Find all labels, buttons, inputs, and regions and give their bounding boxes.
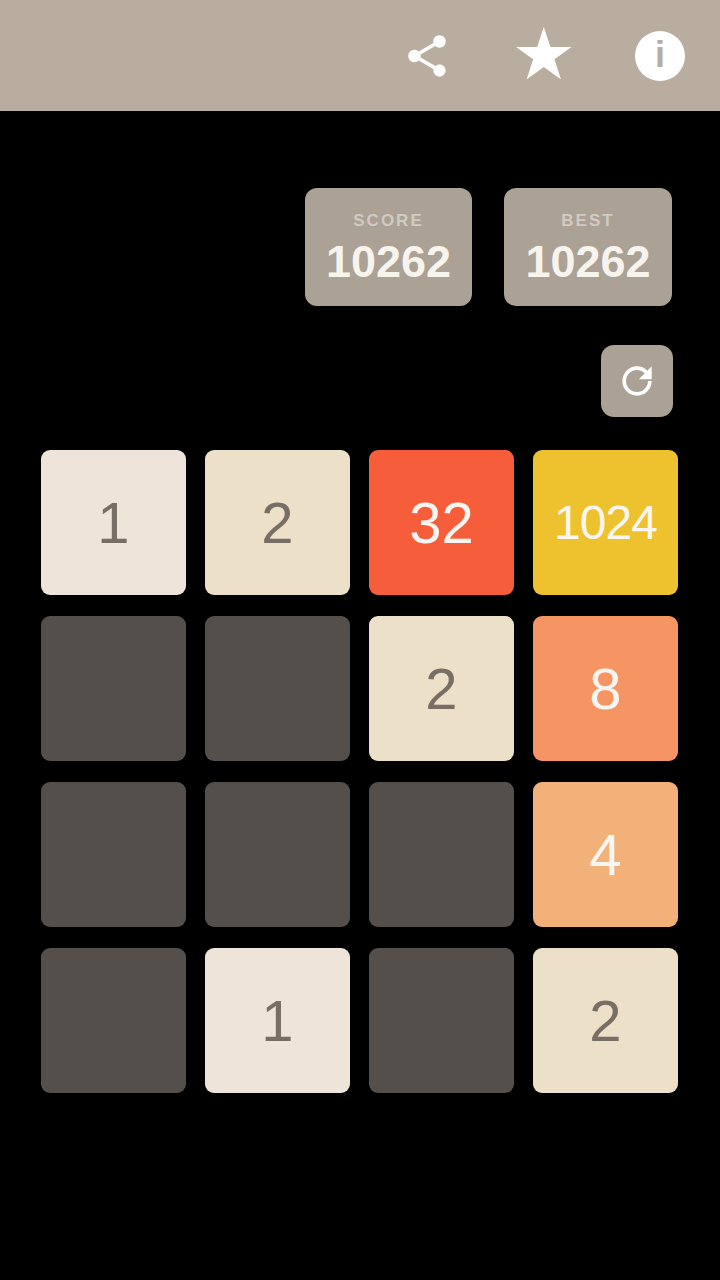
tile-2-r1c2: 2 [205,450,350,595]
restart-icon [615,359,659,403]
star-glyph: ★ [511,27,576,81]
best-box: BEST 10262 [504,188,672,306]
cell-empty-r4c3 [369,948,514,1093]
tile-4-r3c4: 4 [533,782,678,927]
header-icon-group: ★ i [402,29,685,83]
cell-empty-r2c1 [41,616,186,761]
info-glyph: i [655,37,665,73]
tile-2-r2c3: 2 [369,616,514,761]
star-icon[interactable]: ★ [511,29,576,83]
tile-8-r2c4: 8 [533,616,678,761]
best-value: 10262 [525,239,650,284]
tile-2-r4c4: 2 [533,948,678,1093]
info-icon[interactable]: i [635,31,685,81]
tile-1-r4c2: 1 [205,948,350,1093]
score-box: SCORE 10262 [305,188,472,306]
cell-empty-r2c2 [205,616,350,761]
cell-empty-r3c3 [369,782,514,927]
board[interactable]: 1232102428412 [41,450,678,1093]
share-icon[interactable] [402,31,452,81]
share-icon-svg [402,31,452,81]
tile-1-r1c1: 1 [41,450,186,595]
header-bar: ★ i [0,0,720,111]
tile-32-r1c3: 32 [369,450,514,595]
best-label: BEST [561,211,614,231]
score-value: 10262 [326,239,451,284]
restart-button[interactable] [601,345,673,417]
cell-empty-r3c2 [205,782,350,927]
score-label: SCORE [353,211,423,231]
tile-1024-r1c4: 1024 [533,450,678,595]
cell-empty-r4c1 [41,948,186,1093]
cell-empty-r3c1 [41,782,186,927]
